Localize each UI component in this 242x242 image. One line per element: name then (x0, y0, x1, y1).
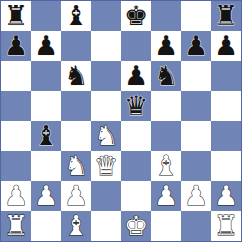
square-b4[interactable]: ♝ (31, 121, 61, 151)
piece-black-pawn-f7[interactable]: ♟ (154, 31, 178, 61)
square-g6[interactable] (181, 61, 211, 91)
piece-white-knight-d4[interactable]: ♞ (94, 121, 118, 151)
piece-white-pawn-b2[interactable]: ♟ (34, 181, 58, 211)
square-a1[interactable]: ♜ (1, 211, 31, 241)
piece-white-knight-c3[interactable]: ♞ (64, 151, 88, 181)
square-g4[interactable] (181, 121, 211, 151)
square-f1[interactable] (151, 211, 181, 241)
piece-white-pawn-c2[interactable]: ♟ (64, 181, 88, 211)
piece-black-pawn-a7[interactable]: ♟ (4, 31, 28, 61)
piece-black-pawn-b7[interactable]: ♟ (34, 31, 58, 61)
piece-black-bishop-b4[interactable]: ♝ (34, 121, 58, 151)
square-a4[interactable] (1, 121, 31, 151)
square-b1[interactable] (31, 211, 61, 241)
piece-white-rook-h1[interactable]: ♜ (214, 211, 238, 241)
square-d1[interactable] (91, 211, 121, 241)
square-h8[interactable]: ♜ (211, 1, 241, 31)
square-f5[interactable] (151, 91, 181, 121)
square-f7[interactable]: ♟ (151, 31, 181, 61)
piece-white-pawn-g2[interactable]: ♟ (184, 181, 208, 211)
square-f2[interactable]: ♟ (151, 181, 181, 211)
square-a2[interactable]: ♟ (1, 181, 31, 211)
square-b3[interactable] (31, 151, 61, 181)
square-g5[interactable] (181, 91, 211, 121)
square-e1[interactable]: ♚ (121, 211, 151, 241)
piece-black-bishop-c8[interactable]: ♝ (64, 1, 88, 31)
piece-white-queen-d3[interactable]: ♛ (94, 151, 118, 181)
square-e3[interactable] (121, 151, 151, 181)
square-h1[interactable]: ♜ (211, 211, 241, 241)
square-h3[interactable] (211, 151, 241, 181)
square-c7[interactable] (61, 31, 91, 61)
square-d2[interactable] (91, 181, 121, 211)
square-a8[interactable]: ♜ (1, 1, 31, 31)
square-g7[interactable]: ♟ (181, 31, 211, 61)
square-a6[interactable] (1, 61, 31, 91)
square-c8[interactable]: ♝ (61, 1, 91, 31)
square-d6[interactable] (91, 61, 121, 91)
square-b5[interactable] (31, 91, 61, 121)
square-h5[interactable] (211, 91, 241, 121)
square-b6[interactable] (31, 61, 61, 91)
chess-board: ♜♝♚♜♟♟♟♟♟♞♟♞♛♝♞♞♛♝♟♟♟♟♟♟♜♝♚♜ (0, 0, 242, 242)
piece-black-knight-c6[interactable]: ♞ (64, 61, 88, 91)
square-f6[interactable]: ♞ (151, 61, 181, 91)
square-g8[interactable] (181, 1, 211, 31)
square-a5[interactable] (1, 91, 31, 121)
piece-black-rook-h8[interactable]: ♜ (214, 1, 238, 31)
square-b8[interactable] (31, 1, 61, 31)
square-c5[interactable] (61, 91, 91, 121)
square-c6[interactable]: ♞ (61, 61, 91, 91)
square-d8[interactable] (91, 1, 121, 31)
square-e4[interactable] (121, 121, 151, 151)
piece-black-rook-a8[interactable]: ♜ (4, 1, 28, 31)
square-e2[interactable] (121, 181, 151, 211)
square-d7[interactable] (91, 31, 121, 61)
piece-white-pawn-h2[interactable]: ♟ (214, 181, 238, 211)
square-g3[interactable] (181, 151, 211, 181)
square-d3[interactable]: ♛ (91, 151, 121, 181)
square-g2[interactable]: ♟ (181, 181, 211, 211)
square-h4[interactable] (211, 121, 241, 151)
piece-white-pawn-a2[interactable]: ♟ (4, 181, 28, 211)
square-c2[interactable]: ♟ (61, 181, 91, 211)
piece-black-pawn-h7[interactable]: ♟ (214, 31, 238, 61)
square-e5[interactable]: ♛ (121, 91, 151, 121)
piece-white-pawn-f2[interactable]: ♟ (154, 181, 178, 211)
square-h2[interactable]: ♟ (211, 181, 241, 211)
square-d5[interactable] (91, 91, 121, 121)
square-b2[interactable]: ♟ (31, 181, 61, 211)
square-h7[interactable]: ♟ (211, 31, 241, 61)
piece-white-king-e1[interactable]: ♚ (124, 211, 148, 241)
piece-black-pawn-g7[interactable]: ♟ (184, 31, 208, 61)
piece-black-knight-f6[interactable]: ♞ (154, 61, 178, 91)
piece-white-bishop-c1[interactable]: ♝ (64, 211, 88, 241)
square-g1[interactable] (181, 211, 211, 241)
square-f4[interactable] (151, 121, 181, 151)
piece-black-king-e8[interactable]: ♚ (124, 1, 148, 31)
square-h6[interactable] (211, 61, 241, 91)
piece-black-pawn-e6[interactable]: ♟ (124, 61, 148, 91)
piece-white-rook-a1[interactable]: ♜ (4, 211, 28, 241)
square-e6[interactable]: ♟ (121, 61, 151, 91)
square-f3[interactable]: ♝ (151, 151, 181, 181)
square-f8[interactable] (151, 1, 181, 31)
piece-black-queen-e5[interactable]: ♛ (124, 91, 148, 121)
square-c3[interactable]: ♞ (61, 151, 91, 181)
square-a3[interactable] (1, 151, 31, 181)
square-e7[interactable] (121, 31, 151, 61)
square-c1[interactable]: ♝ (61, 211, 91, 241)
square-d4[interactable]: ♞ (91, 121, 121, 151)
square-b7[interactable]: ♟ (31, 31, 61, 61)
piece-white-bishop-f3[interactable]: ♝ (154, 151, 178, 181)
square-c4[interactable] (61, 121, 91, 151)
square-a7[interactable]: ♟ (1, 31, 31, 61)
square-e8[interactable]: ♚ (121, 1, 151, 31)
